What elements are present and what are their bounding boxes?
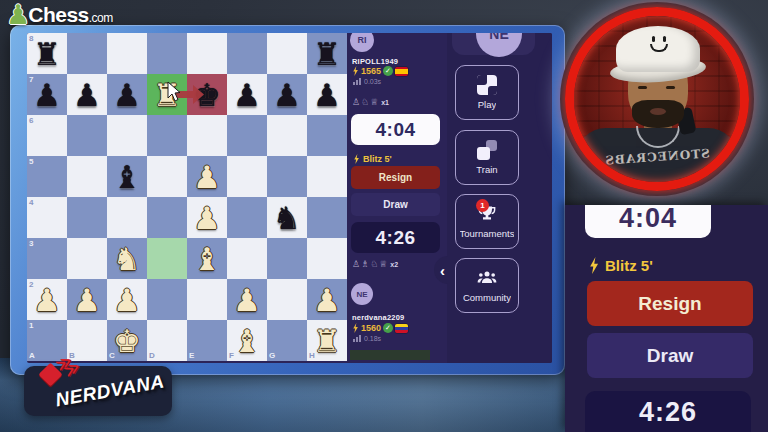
file-label: A xyxy=(29,351,35,360)
square-f6[interactable] xyxy=(227,115,267,156)
nav-panel: NE Play Train 1 Tournaments xyxy=(447,33,552,363)
white-pawn-a2[interactable]: ♟ xyxy=(27,279,67,320)
square-e6[interactable] xyxy=(187,115,227,156)
chesscom-logo[interactable]: ♟ Chess.com xyxy=(6,0,113,33)
black-pawn-c7[interactable]: ♟ xyxy=(107,74,147,115)
square-e4[interactable]: ♟ xyxy=(187,197,227,238)
top-captured-pieces: ♙♘♕ xyxy=(352,97,379,107)
square-d4[interactable] xyxy=(147,197,187,238)
white-pawn-h2[interactable]: ♟ xyxy=(307,279,347,320)
square-c4[interactable] xyxy=(107,197,147,238)
zoomed-controls-overlay: 4:04 Blitz 5' Resign Draw 4:26 xyxy=(565,205,768,432)
chesscom-wordmark: Chess.com xyxy=(28,0,113,33)
square-g4[interactable]: ♞ xyxy=(267,197,307,238)
square-b5[interactable] xyxy=(67,156,107,197)
square-a2[interactable]: 2♟ xyxy=(27,279,67,320)
square-b7[interactable]: ♟ xyxy=(67,74,107,115)
nerdvana-logo: ≫ ≫ NERDVANA xyxy=(24,366,172,416)
square-f4[interactable] xyxy=(227,197,267,238)
black-knight-g4[interactable]: ♞ xyxy=(267,197,307,238)
file-label: D xyxy=(149,351,155,360)
square-d5[interactable] xyxy=(147,156,187,197)
square-g1[interactable]: G xyxy=(267,320,307,361)
square-h1[interactable]: H♜ xyxy=(307,320,347,361)
spain-flag-icon xyxy=(395,67,408,76)
white-king-c1[interactable]: ♚ xyxy=(107,320,147,361)
nav-avatar-tab: NE xyxy=(452,33,535,55)
verified-check-icon: ✓ xyxy=(383,323,393,333)
square-b8[interactable] xyxy=(67,33,107,74)
square-b1[interactable]: B xyxy=(67,320,107,361)
nav-community-button[interactable]: Community xyxy=(455,258,519,313)
square-b3[interactable] xyxy=(67,238,107,279)
square-g8[interactable] xyxy=(267,33,307,74)
square-f7[interactable]: ♟ xyxy=(227,74,267,115)
top-player-latency: 0.03s xyxy=(364,78,381,85)
square-c7[interactable]: ♟ xyxy=(107,74,147,115)
white-pawn-b2[interactable]: ♟ xyxy=(67,279,107,320)
file-label: G xyxy=(269,351,275,360)
square-e2[interactable] xyxy=(187,279,227,320)
square-f2[interactable]: ♟ xyxy=(227,279,267,320)
white-pawn-f2[interactable]: ♟ xyxy=(227,279,267,320)
square-e7[interactable]: ♚ xyxy=(187,74,227,115)
square-h2[interactable]: ♟ xyxy=(307,279,347,320)
top-player-rating: 1565 xyxy=(361,66,381,76)
community-icon xyxy=(477,268,497,288)
top-player-avatar[interactable]: RI xyxy=(350,33,374,52)
nav-train-button[interactable]: Train xyxy=(455,130,519,185)
square-f3[interactable] xyxy=(227,238,267,279)
overlay-time-control-label: Blitz 5' xyxy=(605,257,653,274)
square-f1[interactable]: F♝ xyxy=(227,320,267,361)
square-h5[interactable] xyxy=(307,156,347,197)
black-pawn-g7[interactable]: ♟ xyxy=(267,74,307,115)
square-c6[interactable] xyxy=(107,115,147,156)
square-h4[interactable] xyxy=(307,197,347,238)
square-e1[interactable]: E xyxy=(187,320,227,361)
trophy-icon: 1 xyxy=(477,204,497,224)
draw-button[interactable]: Draw xyxy=(351,193,440,216)
rating-bolt-icon xyxy=(352,323,359,333)
verified-check-icon: ✓ xyxy=(383,66,393,76)
bottom-player-rating: 1560 xyxy=(361,323,381,333)
signal-bars-icon xyxy=(353,78,361,85)
square-c3[interactable]: ♞ xyxy=(107,238,147,279)
tournaments-badge: 1 xyxy=(476,199,489,212)
white-bishop-f1[interactable]: ♝ xyxy=(227,320,267,361)
square-a7[interactable]: 7♟ xyxy=(27,74,67,115)
square-e8[interactable] xyxy=(187,33,227,74)
square-g2[interactable] xyxy=(267,279,307,320)
chesscom-window: 8♜♜7♟♟♟♜♚♟♟♟65♝♟4♟♞3♞♝2♟♟♟♟♟1ABC♚DEF♝GH♜… xyxy=(10,25,565,375)
square-h6[interactable] xyxy=(307,115,347,156)
square-g5[interactable] xyxy=(267,156,307,197)
overlay-top-clock: 4:04 xyxy=(585,205,711,238)
square-a4[interactable]: 4 xyxy=(27,197,67,238)
square-d1[interactable]: D xyxy=(147,320,187,361)
pawn-logo-icon: ♟ xyxy=(6,0,30,30)
square-c8[interactable] xyxy=(107,33,147,74)
square-a5[interactable]: 5 xyxy=(27,156,67,197)
bottom-player-latency: 0.18s xyxy=(364,335,381,342)
time-control-label: Blitz 5' xyxy=(363,154,392,164)
resign-button[interactable]: Resign xyxy=(351,166,440,189)
white-bishop-e3[interactable]: ♝ xyxy=(187,238,227,279)
black-rook-a8[interactable]: ♜ xyxy=(27,33,67,74)
square-g3[interactable] xyxy=(267,238,307,279)
black-pawn-f7[interactable]: ♟ xyxy=(227,74,267,115)
nav-play-button[interactable]: Play xyxy=(455,65,519,120)
overlay-draw-button[interactable]: Draw xyxy=(587,333,753,378)
square-d6[interactable] xyxy=(147,115,187,156)
white-pawn-e4[interactable]: ♟ xyxy=(187,197,227,238)
bottom-player-name[interactable]: nerdvana2209 xyxy=(352,313,404,322)
white-rook-d7[interactable]: ♜ xyxy=(147,74,187,115)
square-f8[interactable] xyxy=(227,33,267,74)
white-pawn-e5[interactable]: ♟ xyxy=(187,156,227,197)
white-knight-c3[interactable]: ♞ xyxy=(107,238,147,279)
black-pawn-h7[interactable]: ♟ xyxy=(307,74,347,115)
square-h8[interactable]: ♜ xyxy=(307,33,347,74)
square-d3[interactable] xyxy=(147,238,187,279)
game-sidebar: RI RIPOLL1949 1565 ✓ 0.03s ♙♘♕ x1 4:04 B… xyxy=(347,33,447,363)
white-rook-h1[interactable]: ♜ xyxy=(307,320,347,361)
square-c2[interactable]: ♟ xyxy=(107,279,147,320)
black-king-e7[interactable]: ♚ xyxy=(187,74,227,115)
rank-label: 6 xyxy=(29,116,33,125)
streamer-avatar[interactable]: NE xyxy=(476,33,522,57)
blitz-bolt-icon xyxy=(353,154,360,164)
black-pawn-a7[interactable]: ♟ xyxy=(27,74,67,115)
square-b2[interactable]: ♟ xyxy=(67,279,107,320)
bottom-captured-count: x2 xyxy=(390,261,398,268)
top-captured-count: x1 xyxy=(381,99,389,106)
file-label: E xyxy=(189,351,194,360)
neon-ring xyxy=(565,7,749,191)
webcam-frame: STONECRABS xyxy=(560,2,754,196)
chevron-left-icon: ‹ xyxy=(440,262,445,279)
blitz-bolt-icon xyxy=(588,257,600,274)
rating-bolt-icon xyxy=(352,66,359,76)
rank-label: 3 xyxy=(29,239,33,248)
white-pawn-c2[interactable]: ♟ xyxy=(107,279,147,320)
square-d7[interactable]: ♜ xyxy=(147,74,187,115)
square-b6[interactable] xyxy=(67,115,107,156)
square-a8[interactable]: 8♜ xyxy=(27,33,67,74)
black-rook-h8[interactable]: ♜ xyxy=(307,33,347,74)
bottom-player-avatar[interactable]: NE xyxy=(351,283,373,305)
venezuela-flag-icon xyxy=(395,324,408,333)
overlay-resign-button[interactable]: Resign xyxy=(587,281,753,326)
square-f5[interactable] xyxy=(227,156,267,197)
square-g6[interactable] xyxy=(267,115,307,156)
play-icon xyxy=(477,75,497,95)
signal-bars-icon xyxy=(353,335,361,342)
nav-tournaments-button[interactable]: 1 Tournaments xyxy=(455,194,519,249)
square-c1[interactable]: C♚ xyxy=(107,320,147,361)
black-bishop-c5[interactable]: ♝ xyxy=(107,156,147,197)
top-player-clock: 4:04 xyxy=(351,114,440,145)
square-e3[interactable]: ♝ xyxy=(187,238,227,279)
puzzle-icon xyxy=(477,140,497,160)
nerdvana-diamond-icon: ≫ ≫ xyxy=(38,356,80,390)
square-h3[interactable] xyxy=(307,238,347,279)
rank-label: 4 xyxy=(29,198,33,207)
bottom-player-clock: 4:26 xyxy=(351,222,440,253)
overlay-bottom-clock: 4:26 xyxy=(585,391,751,432)
square-a6[interactable]: 6 xyxy=(27,115,67,156)
rank-label: 1 xyxy=(29,321,33,330)
status-bar xyxy=(350,350,430,360)
square-d2[interactable] xyxy=(147,279,187,320)
square-g7[interactable]: ♟ xyxy=(267,74,307,115)
chess-board[interactable]: 8♜♜7♟♟♟♜♚♟♟♟65♝♟4♟♞3♞♝2♟♟♟♟♟1ABC♚DEF♝GH♜ xyxy=(27,33,347,361)
window-content: 8♜♜7♟♟♟♜♚♟♟♟65♝♟4♟♞3♞♝2♟♟♟♟♟1ABC♚DEF♝GH♜… xyxy=(27,33,552,363)
black-pawn-b7[interactable]: ♟ xyxy=(67,74,107,115)
bottom-captured-pieces: ♙♗♘♕ xyxy=(352,259,388,269)
square-c5[interactable]: ♝ xyxy=(107,156,147,197)
rank-label: 5 xyxy=(29,157,33,166)
top-player-name[interactable]: RIPOLL1949 xyxy=(352,57,398,66)
square-e5[interactable]: ♟ xyxy=(187,156,227,197)
square-a3[interactable]: 3 xyxy=(27,238,67,279)
square-b4[interactable] xyxy=(67,197,107,238)
square-d8[interactable] xyxy=(147,33,187,74)
square-h7[interactable]: ♟ xyxy=(307,74,347,115)
